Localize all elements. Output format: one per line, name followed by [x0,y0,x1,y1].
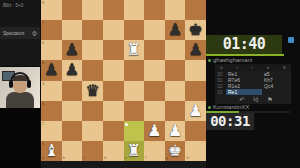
square-b6[interactable]: ♟ [62,40,83,60]
square-b3[interactable] [62,101,83,121]
square-c6[interactable] [82,40,103,60]
app-window: Blitz · 5+0 Spectators · · · · · · · · ·… [0,0,300,168]
piece-black-pawn[interactable]: ♟ [168,22,182,38]
square-c4[interactable]: ♛ [82,81,103,101]
headphone-cup-right [27,80,31,88]
square-g2[interactable]: ♟ [165,121,186,141]
square-g4[interactable] [165,81,186,101]
square-a3[interactable]: 3 [41,101,62,121]
square-e5[interactable] [124,60,145,80]
square-d1[interactable]: d [103,141,124,161]
coord-file-label: f [145,156,146,160]
square-d3[interactable] [103,101,124,121]
wrench-icon[interactable] [32,31,37,36]
square-b2[interactable] [62,121,83,141]
square-e6[interactable]: ♜ [124,40,145,60]
webcam-video [0,67,40,108]
move-number: 33 [215,89,226,95]
coord-rank-label: 3 [42,102,44,106]
spectators-row[interactable]: Spectators [0,27,40,39]
black-clock: 01:40 [206,35,282,54]
square-f1[interactable]: f [144,141,165,161]
coord-file-label: a [42,156,44,160]
online-dot [208,106,211,109]
square-h7[interactable]: ♚ [185,20,206,40]
square-d4[interactable] [103,81,124,101]
square-g8[interactable] [165,0,186,20]
square-a1[interactable]: ♝1a [41,141,62,161]
square-c1[interactable]: c [82,141,103,161]
move-row: 33 Re1 [215,89,291,95]
piece-black-pawn[interactable]: ♟ [65,42,79,58]
square-e3[interactable] [124,101,145,121]
square-e8[interactable] [124,0,145,20]
square-a2[interactable]: 2 [41,121,62,141]
square-d6[interactable] [103,40,124,60]
move-nav: « ‹ › » ≡ [215,64,291,71]
square-b5[interactable]: ♟ [62,60,83,80]
square-g1[interactable]: ♚g [165,141,186,161]
game-meta-label: Blitz · 5+0 [0,0,40,27]
piece-white-rook[interactable]: ♜ [127,42,141,58]
coord-file-label: e [125,156,127,160]
square-d8[interactable] [103,0,124,20]
black-clock-bar [206,54,284,56]
square-f2[interactable]: ♟ [144,121,165,141]
square-h3[interactable]: ♟ [185,101,206,121]
coord-rank-label: 5 [42,61,44,65]
square-h5[interactable] [185,60,206,80]
square-h4[interactable] [185,81,206,101]
white-player-name[interactable]: KonstantinXX [213,104,249,110]
piece-white-king[interactable]: ♚ [168,142,182,158]
square-g5[interactable] [165,60,186,80]
square-a4[interactable]: 4 [41,81,62,101]
square-a8[interactable]: 8 [41,0,62,20]
spectators-label: Spectators [3,31,25,36]
square-c8[interactable] [82,0,103,20]
black-move[interactable] [262,89,291,95]
board-toolbar-label: · · · [120,162,126,167]
piece-black-pawn[interactable]: ♟ [189,42,203,58]
resign-flag-icon[interactable]: ⚑ [267,96,273,104]
square-c5[interactable] [82,60,103,80]
square-g6[interactable] [165,40,186,60]
spectator-list: · · · · · · · · · [0,39,40,66]
move-list-panel: « ‹ › » ≡ 30 Re1 a5 31 R7e6 Kh7 32 R1e2 … [215,64,291,104]
sidebar-filler [0,108,40,168]
square-g3[interactable] [165,101,186,121]
coord-rank-label: 7 [42,21,44,25]
square-c7[interactable] [82,20,103,40]
last-move-icon[interactable]: » [267,64,270,71]
cursor-dot [125,123,128,126]
coord-file-label: h [186,156,188,160]
square-d5[interactable] [103,60,124,80]
coord-rank-label: 1 [42,142,44,146]
piece-white-rook[interactable]: ♜ [127,142,141,158]
board-toolbar[interactable]: · · · [41,161,206,168]
spectator-line: · · · · [3,47,37,53]
square-a7[interactable]: 7 [41,20,62,40]
coord-file-label: c [83,156,85,160]
black-player[interactable]: ghashghamani [208,57,298,63]
headphone-cup-left [9,80,13,88]
coord-rank-label: 6 [42,41,44,45]
piece-white-pawn[interactable]: ♟ [189,102,203,118]
stream-sidebar: Blitz · 5+0 Spectators · · · · · · · · · [0,0,40,168]
square-b8[interactable] [62,0,83,20]
board[interactable]: 87♟♚6♟♜♟♟5♟4♛3♟2♟♟♝1abcd♜ef♚gh [41,0,206,161]
coord-file-label: g [166,156,168,160]
takeback-icon[interactable]: ↶ [239,96,244,104]
next-move-icon[interactable]: › [252,64,254,71]
coord-rank-label: 8 [42,1,44,5]
coord-rank-label: 4 [42,82,44,86]
draw-offer-icon[interactable]: ½ [253,96,258,103]
square-e4[interactable] [124,81,145,101]
coord-rank-label: 2 [42,122,44,126]
square-a6[interactable]: 6 [41,40,62,60]
analysis-icon[interactable] [288,37,294,43]
square-c3[interactable] [82,101,103,121]
piece-white-bishop[interactable]: ♝ [44,142,58,158]
white-clock: 00:31 [206,113,254,130]
piece-white-pawn[interactable]: ♟ [168,122,182,138]
square-h2[interactable] [185,121,206,141]
square-a5[interactable]: ♟5 [41,60,62,80]
piece-black-pawn[interactable]: ♟ [44,62,58,78]
piece-black-queen[interactable]: ♛ [85,82,99,98]
first-move-icon[interactable]: « [220,64,223,71]
square-b7[interactable] [62,20,83,40]
square-f3[interactable] [144,101,165,121]
coord-file-label: b [63,156,65,160]
square-d7[interactable] [103,20,124,40]
piece-black-pawn[interactable]: ♟ [65,62,79,78]
streamer-torso [6,92,34,108]
piece-black-king[interactable]: ♚ [189,22,203,38]
game-actions: ↶ ½ ⚑ [215,95,291,104]
square-h1[interactable]: h [185,141,206,161]
white-move-selected[interactable]: Re1 [226,89,262,95]
square-c2[interactable] [82,121,103,141]
square-d2[interactable] [103,121,124,141]
square-h8[interactable] [185,0,206,20]
square-f7[interactable] [144,20,165,40]
coord-file-label: d [104,156,106,160]
square-e7[interactable] [124,20,145,40]
square-b1[interactable]: b [62,141,83,161]
piece-white-pawn[interactable]: ♟ [147,122,161,138]
online-dot [208,59,211,62]
square-e1[interactable]: ♜e [124,141,145,161]
square-f8[interactable] [144,0,165,20]
prev-move-icon[interactable]: ‹ [236,64,238,71]
game-panel: 01:40 ghashghamani « ‹ › » ≡ 30 Re1 a5 3… [206,0,300,168]
square-f4[interactable] [144,81,165,101]
square-h6[interactable]: ♟ [185,40,206,60]
black-player-name[interactable]: ghashghamani [213,57,252,63]
square-b4[interactable] [62,81,83,101]
square-g7[interactable]: ♟ [165,20,186,40]
white-player[interactable]: KonstantinXX [208,104,298,110]
square-f5[interactable] [144,60,165,80]
menu-icon[interactable]: ≡ [283,64,286,71]
square-f6[interactable] [144,40,165,60]
